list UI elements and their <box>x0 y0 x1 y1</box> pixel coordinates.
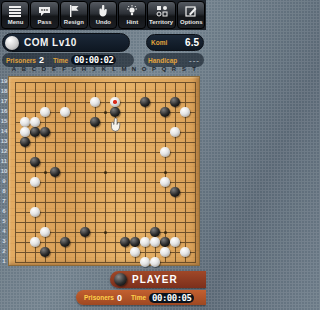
resign-icon <box>68 5 80 18</box>
row-label: 2 <box>0 248 8 254</box>
toolbar-button-label: Options <box>180 18 203 25</box>
column-label: F <box>60 66 68 72</box>
komi-panel: Komi 6.5 <box>146 34 204 51</box>
toolbar-button-label: Territory <box>149 18 173 25</box>
toolbar-button-hint[interactable]: Hint <box>118 1 146 29</box>
toolbar-button-pass[interactable]: Pass <box>30 1 58 29</box>
black-stone-O17 <box>140 97 150 107</box>
row-label: 17 <box>0 98 8 104</box>
white-stone-F16 <box>60 107 70 117</box>
row-label: 10 <box>0 168 8 174</box>
undo-icon <box>97 5 109 18</box>
row-label: 19 <box>0 78 8 84</box>
handicap-value: --- <box>189 56 200 65</box>
com-time-label: Time <box>53 57 68 64</box>
row-label: 13 <box>0 138 8 144</box>
column-label: H <box>80 66 88 72</box>
black-stone-D2 <box>40 247 50 257</box>
toolbar-button-menu[interactable]: Menu <box>1 1 29 29</box>
white-stone-O1 <box>140 257 150 267</box>
player-name: PLAYER <box>132 274 178 285</box>
player-time-label: Time <box>131 294 146 301</box>
toolbar-button-label: Hint <box>126 18 138 25</box>
black-stone-Q16 <box>160 107 170 117</box>
row-label: 16 <box>0 108 8 114</box>
options-icon <box>185 5 197 18</box>
black-stone-R8 <box>170 187 180 197</box>
black-stone-C11 <box>30 157 40 167</box>
black-stone-L16 <box>110 107 120 117</box>
handicap-label: Handicap <box>148 57 177 64</box>
white-stone-C9 <box>30 177 40 187</box>
black-stone-P4 <box>150 227 160 237</box>
black-stone-D14 <box>40 127 50 137</box>
row-label: 1 <box>0 258 8 264</box>
row-label: 14 <box>0 128 8 134</box>
column-label: K <box>100 66 108 72</box>
white-stone-B15 <box>20 117 30 127</box>
white-stone-R14 <box>170 127 180 137</box>
black-stone-C14 <box>30 127 40 137</box>
player-time-value: 00:00:05 <box>149 293 194 303</box>
white-stone-S2 <box>180 247 190 257</box>
white-stone-C3 <box>30 237 40 247</box>
toolbar-button-resign[interactable]: Resign <box>60 1 88 29</box>
player-prisoners-value: 0 <box>117 293 122 303</box>
menu-icon <box>9 5 21 18</box>
toolbar: MenuPassResignUndoHintTerritoryOptions <box>0 0 206 30</box>
white-stone-Q12 <box>160 147 170 157</box>
column-label: M <box>120 66 128 72</box>
black-stone-Q3 <box>160 237 170 247</box>
white-stone-J17 <box>90 97 100 107</box>
toolbar-button-options[interactable]: Options <box>177 1 205 29</box>
black-stone-icon <box>114 273 127 286</box>
star-point <box>104 231 107 234</box>
row-label: 5 <box>0 218 8 224</box>
row-label: 15 <box>0 118 8 124</box>
player-stats: Prisoners 0 Time 00:00:05 <box>76 290 206 305</box>
star-point <box>164 171 167 174</box>
column-label: B <box>20 66 28 72</box>
star-point <box>164 231 167 234</box>
column-label: N <box>130 66 138 72</box>
white-stone-C6 <box>30 207 40 217</box>
column-coordinates: ABCDEFGHJKLMNOPQRST <box>8 66 200 75</box>
column-label: S <box>180 66 188 72</box>
white-stone-D4 <box>40 227 50 237</box>
column-label: P <box>150 66 158 72</box>
com-panel: COM Lv10 <box>2 33 130 52</box>
star-point <box>104 171 107 174</box>
com-name: COM Lv10 <box>24 37 77 48</box>
row-label: 9 <box>0 178 8 184</box>
row-label: 7 <box>0 198 8 204</box>
black-stone-H4 <box>80 227 90 237</box>
row-label: 18 <box>0 88 8 94</box>
row-label: 3 <box>0 238 8 244</box>
hand-cursor-icon <box>109 118 122 132</box>
row-label: 4 <box>0 228 8 234</box>
column-label: J <box>90 66 98 72</box>
white-stone-P1 <box>150 257 160 267</box>
row-label: 8 <box>0 188 8 194</box>
white-stone-R3 <box>170 237 180 247</box>
komi-value: 6.5 <box>185 37 199 48</box>
toolbar-button-label: Undo <box>95 18 110 25</box>
white-stone-Q9 <box>160 177 170 187</box>
column-label: Q <box>160 66 168 72</box>
com-time-value: 00:00:02 <box>71 55 116 65</box>
com-prisoners-label: Prisoners <box>6 57 36 64</box>
pass-icon <box>38 5 51 18</box>
toolbar-button-undo[interactable]: Undo <box>89 1 117 29</box>
column-label: T <box>190 66 198 72</box>
go-board[interactable] <box>8 76 200 266</box>
star-point <box>104 111 107 114</box>
com-prisoners-value: 2 <box>39 55 44 65</box>
white-stone-P3 <box>150 237 160 247</box>
toolbar-button-label: Menu <box>7 18 23 25</box>
komi-label: Komi <box>151 39 167 46</box>
column-label: R <box>170 66 178 72</box>
white-stone-N2 <box>130 247 140 257</box>
black-stone-M3 <box>120 237 130 247</box>
toolbar-button-territory[interactable]: Territory <box>147 1 175 29</box>
black-stone-J15 <box>90 117 100 127</box>
column-label: E <box>50 66 58 72</box>
white-stone-B14 <box>20 127 30 137</box>
row-label: 6 <box>0 208 8 214</box>
white-stone-icon <box>5 36 19 50</box>
row-label: 11 <box>0 158 8 164</box>
player-prisoners-label: Prisoners <box>84 294 114 301</box>
player-panel: PLAYER <box>110 271 206 288</box>
black-stone-N3 <box>130 237 140 247</box>
column-label: O <box>140 66 148 72</box>
last-move-marker <box>113 100 116 103</box>
white-stone-C15 <box>30 117 40 127</box>
column-label: D <box>40 66 48 72</box>
handicap-panel: Handicap --- <box>144 53 204 67</box>
row-label: 12 <box>0 148 8 154</box>
com-stats: Prisoners 2 Time 00:00:02 <box>2 53 134 67</box>
black-stone-R17 <box>170 97 180 107</box>
white-stone-D16 <box>40 107 50 117</box>
toolbar-button-label: Pass <box>37 18 51 25</box>
black-stone-F3 <box>60 237 70 247</box>
black-stone-B13 <box>20 137 30 147</box>
star-point <box>44 171 47 174</box>
hint-icon <box>126 5 138 18</box>
column-label: A <box>10 66 18 72</box>
territory-icon <box>156 5 168 18</box>
white-stone-O3 <box>140 237 150 247</box>
white-stone-S16 <box>180 107 190 117</box>
column-label: L <box>110 66 118 72</box>
toolbar-button-label: Resign <box>64 18 84 25</box>
white-stone-Q2 <box>160 247 170 257</box>
black-stone-E10 <box>50 167 60 177</box>
row-coordinates: 19181716151413121110987654321 <box>0 76 8 266</box>
column-label: C <box>30 66 38 72</box>
column-label: G <box>70 66 78 72</box>
